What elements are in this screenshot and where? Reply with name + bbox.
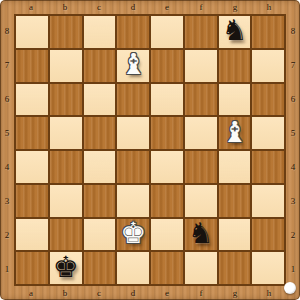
white-bishop[interactable]: ♝: [221, 118, 247, 147]
file-label: a: [14, 0, 48, 14]
file-label: h: [252, 0, 286, 14]
square-d4[interactable]: [117, 151, 149, 183]
square-f3[interactable]: [185, 185, 217, 217]
square-d3[interactable]: [117, 185, 149, 217]
square-h1[interactable]: [252, 252, 284, 284]
rank-label: 6: [286, 82, 300, 116]
square-a7[interactable]: [16, 50, 48, 82]
rank-label: 8: [286, 14, 300, 48]
square-c2[interactable]: [84, 219, 116, 251]
file-labels-top: abcdefgh: [14, 0, 286, 14]
rank-label: 2: [286, 218, 300, 252]
square-g6[interactable]: [219, 84, 251, 116]
file-label: c: [82, 286, 116, 300]
square-c4[interactable]: [84, 151, 116, 183]
file-label: f: [184, 0, 218, 14]
file-label: e: [150, 286, 184, 300]
black-knight[interactable]: ♞: [188, 219, 214, 248]
rank-label: 5: [286, 116, 300, 150]
square-b1[interactable]: ♚: [50, 252, 82, 284]
square-f1[interactable]: [185, 252, 217, 284]
square-b4[interactable]: [50, 151, 82, 183]
square-d7[interactable]: ♝: [117, 50, 149, 82]
square-e2[interactable]: [151, 219, 183, 251]
file-label: g: [218, 0, 252, 14]
file-label: d: [116, 0, 150, 14]
rank-label: 5: [0, 116, 14, 150]
rank-labels-right: 87654321: [286, 14, 300, 286]
square-d2[interactable]: ♚: [117, 219, 149, 251]
white-bishop[interactable]: ♝: [120, 50, 146, 79]
square-a4[interactable]: [16, 151, 48, 183]
square-c1[interactable]: [84, 252, 116, 284]
board: ♞♝♝♚♞♚: [14, 14, 286, 286]
square-f2[interactable]: ♞: [185, 219, 217, 251]
square-e7[interactable]: [151, 50, 183, 82]
file-label: b: [48, 286, 82, 300]
rank-label: 6: [0, 82, 14, 116]
file-label: f: [184, 286, 218, 300]
rank-label: 4: [0, 150, 14, 184]
square-a1[interactable]: [16, 252, 48, 284]
square-g2[interactable]: [219, 219, 251, 251]
rank-label: 7: [0, 48, 14, 82]
square-c6[interactable]: [84, 84, 116, 116]
file-label: d: [116, 286, 150, 300]
chess-board-frame: abcdefgh abcdefgh 87654321 87654321 ♞♝♝♚…: [0, 0, 300, 300]
file-labels-bottom: abcdefgh: [14, 286, 286, 300]
square-b6[interactable]: [50, 84, 82, 116]
rank-label: 1: [0, 252, 14, 286]
square-a5[interactable]: [16, 117, 48, 149]
file-label: b: [48, 0, 82, 14]
rank-label: 4: [286, 150, 300, 184]
square-f4[interactable]: [185, 151, 217, 183]
square-g1[interactable]: [219, 252, 251, 284]
square-g4[interactable]: [219, 151, 251, 183]
square-b7[interactable]: [50, 50, 82, 82]
square-d6[interactable]: [117, 84, 149, 116]
square-d1[interactable]: [117, 252, 149, 284]
file-label: h: [252, 286, 286, 300]
white-to-move-indicator: [284, 282, 296, 294]
square-d5[interactable]: [117, 117, 149, 149]
rank-label: 3: [286, 184, 300, 218]
square-f8[interactable]: [185, 16, 217, 48]
square-b8[interactable]: [50, 16, 82, 48]
rank-label: 7: [286, 48, 300, 82]
square-a6[interactable]: [16, 84, 48, 116]
square-h3[interactable]: [252, 185, 284, 217]
square-f5[interactable]: [185, 117, 217, 149]
square-g8[interactable]: ♞: [219, 16, 251, 48]
rank-labels-left: 87654321: [0, 14, 14, 286]
square-h4[interactable]: [252, 151, 284, 183]
square-b5[interactable]: [50, 117, 82, 149]
square-b3[interactable]: [50, 185, 82, 217]
square-e5[interactable]: [151, 117, 183, 149]
rank-label: 2: [0, 218, 14, 252]
white-king[interactable]: ♚: [120, 219, 146, 248]
file-label: a: [14, 286, 48, 300]
square-h5[interactable]: [252, 117, 284, 149]
square-a3[interactable]: [16, 185, 48, 217]
rank-label: 1: [286, 252, 300, 286]
square-e3[interactable]: [151, 185, 183, 217]
square-b2[interactable]: [50, 219, 82, 251]
square-f7[interactable]: [185, 50, 217, 82]
file-label: c: [82, 0, 116, 14]
file-label: g: [218, 286, 252, 300]
square-e1[interactable]: [151, 252, 183, 284]
square-h8[interactable]: [252, 16, 284, 48]
square-g5[interactable]: ♝: [219, 117, 251, 149]
square-a8[interactable]: [16, 16, 48, 48]
rank-label: 8: [0, 14, 14, 48]
rank-label: 3: [0, 184, 14, 218]
square-h6[interactable]: [252, 84, 284, 116]
file-label: e: [150, 0, 184, 14]
square-c3[interactable]: [84, 185, 116, 217]
square-c5[interactable]: [84, 117, 116, 149]
square-f6[interactable]: [185, 84, 217, 116]
square-g3[interactable]: [219, 185, 251, 217]
black-knight[interactable]: ♞: [221, 16, 247, 45]
square-a2[interactable]: [16, 219, 48, 251]
square-e6[interactable]: [151, 84, 183, 116]
square-c8[interactable]: [84, 16, 116, 48]
square-e4[interactable]: [151, 151, 183, 183]
square-h7[interactable]: [252, 50, 284, 82]
square-g7[interactable]: [219, 50, 251, 82]
black-king[interactable]: ♚: [53, 253, 79, 282]
square-h2[interactable]: [252, 219, 284, 251]
square-c7[interactable]: [84, 50, 116, 82]
square-d8[interactable]: [117, 16, 149, 48]
square-e8[interactable]: [151, 16, 183, 48]
